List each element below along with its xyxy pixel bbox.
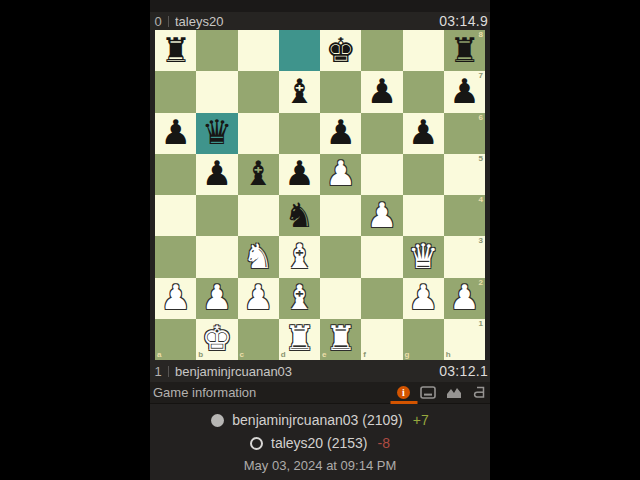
square-e2[interactable]: [320, 278, 361, 319]
square-e8[interactable]: ♚: [320, 30, 361, 71]
bottom-player-clock: 03:12.1: [439, 363, 488, 379]
top-cropped-strip: [150, 0, 490, 12]
black-pawn: ♟: [325, 115, 355, 149]
white-player-rating: benjaminjrcuanan03 (2109): [232, 412, 402, 428]
square-b6[interactable]: ♛: [196, 113, 237, 154]
square-h8[interactable]: ♜8: [444, 30, 485, 71]
black-rating-change: -8: [378, 435, 390, 451]
rank-label-7: 7: [479, 72, 483, 80]
book-icon: [472, 386, 487, 399]
square-a7[interactable]: [155, 71, 196, 112]
tab-board-moves[interactable]: [420, 382, 436, 404]
square-f5[interactable]: [361, 154, 402, 195]
chess-board[interactable]: ♜♚♜8♝♟♟7♟♛♟♟6♟♝♟♟5♞♟4♞♝♛3♟♟♟♝♟♟2a♚bc♜d♜e…: [155, 30, 485, 360]
square-b2[interactable]: ♟: [196, 278, 237, 319]
square-a3[interactable]: [155, 236, 196, 277]
white-bishop: ♝: [284, 239, 314, 273]
white-pawn: ♟: [243, 280, 273, 314]
square-c6[interactable]: [238, 113, 279, 154]
white-bishop: ♝: [284, 280, 314, 314]
square-b1[interactable]: ♚b: [196, 319, 237, 360]
square-h6[interactable]: 6: [444, 113, 485, 154]
square-f2[interactable]: [361, 278, 402, 319]
square-f6[interactable]: [361, 113, 402, 154]
rank-label-1: 1: [479, 320, 483, 328]
black-pawn: ♟: [284, 156, 314, 190]
square-g5[interactable]: [403, 154, 444, 195]
square-a2[interactable]: ♟: [155, 278, 196, 319]
square-g8[interactable]: [403, 30, 444, 71]
top-player-score: 0: [153, 14, 163, 29]
white-rook: ♜: [325, 321, 355, 355]
square-c3[interactable]: ♞: [238, 236, 279, 277]
square-e1[interactable]: ♜e: [320, 319, 361, 360]
black-pawn: ♟: [449, 74, 479, 108]
white-pawn: ♟: [160, 280, 190, 314]
white-player-result-line: benjaminjrcuanan03 (2109) +7: [211, 412, 428, 428]
white-knight: ♞: [243, 239, 273, 273]
chart-icon: [446, 386, 462, 399]
black-king: ♚: [325, 33, 355, 67]
square-f8[interactable]: [361, 30, 402, 71]
black-player-result-line: taleys20 (2153) -8: [250, 435, 390, 451]
rank-label-3: 3: [479, 237, 483, 245]
white-pawn: ♟: [367, 198, 397, 232]
square-e5[interactable]: ♟: [320, 154, 361, 195]
game-information-panel: benjaminjrcuanan03 (2109) +7 taleys20 (2…: [150, 404, 490, 480]
black-piece-icon: [250, 437, 263, 450]
square-g2[interactable]: ♟: [403, 278, 444, 319]
info-icon: i: [397, 386, 410, 399]
screen: 0 taleys20 03:14.9 ♜♚♜8♝♟♟7♟♛♟♟6♟♝♟♟5♞♟4…: [0, 0, 640, 480]
rank-label-2: 2: [479, 279, 483, 287]
black-bishop: ♝: [243, 156, 273, 190]
file-label-f: f: [363, 351, 366, 359]
square-e3[interactable]: [320, 236, 361, 277]
square-h2[interactable]: ♟2: [444, 278, 485, 319]
square-d3[interactable]: ♝: [279, 236, 320, 277]
square-e6[interactable]: ♟: [320, 113, 361, 154]
file-label-h: h: [446, 351, 451, 359]
black-queen: ♛: [202, 115, 232, 149]
square-f3[interactable]: [361, 236, 402, 277]
square-d6[interactable]: [279, 113, 320, 154]
top-player-name: taleys20: [175, 14, 439, 29]
square-a6[interactable]: ♟: [155, 113, 196, 154]
square-c7[interactable]: [238, 71, 279, 112]
square-g3[interactable]: ♛: [403, 236, 444, 277]
bottom-player-name: benjaminjrcuanan03: [175, 364, 439, 379]
rank-label-6: 6: [479, 114, 483, 122]
black-rook: ♜: [160, 33, 190, 67]
square-c4[interactable]: [238, 195, 279, 236]
white-rating-change: +7: [413, 412, 429, 428]
square-d2[interactable]: ♝: [279, 278, 320, 319]
tab-opening-book[interactable]: [472, 382, 487, 404]
rank-label-8: 8: [479, 31, 483, 39]
top-player-bar: 0 taleys20 03:14.9: [150, 12, 490, 30]
white-piece-icon: [211, 414, 224, 427]
black-pawn: ♟: [408, 115, 438, 149]
file-label-b: b: [198, 351, 203, 359]
square-e4[interactable]: [320, 195, 361, 236]
tab-bar-title: Game information: [153, 385, 397, 400]
black-player-rating: taleys20 (2153): [271, 435, 368, 451]
tab-game-info[interactable]: i: [397, 382, 410, 404]
black-knight: ♞: [284, 198, 314, 232]
white-pawn: ♟: [449, 280, 479, 314]
file-label-d: d: [281, 351, 286, 359]
black-pawn: ♟: [367, 74, 397, 108]
tab-analysis-chart[interactable]: [446, 382, 462, 404]
square-d1[interactable]: ♜d: [279, 319, 320, 360]
square-c2[interactable]: ♟: [238, 278, 279, 319]
square-a8[interactable]: ♜: [155, 30, 196, 71]
square-d5[interactable]: ♟: [279, 154, 320, 195]
file-label-c: c: [240, 351, 244, 359]
black-bishop: ♝: [284, 74, 314, 108]
square-h4[interactable]: 4: [444, 195, 485, 236]
game-date: May 03, 2024 at 09:14 PM: [244, 458, 396, 473]
white-pawn: ♟: [408, 280, 438, 314]
square-a4[interactable]: [155, 195, 196, 236]
square-g1[interactable]: g: [403, 319, 444, 360]
top-player-clock: 03:14.9: [439, 13, 488, 29]
bottom-player-bar: 1 benjaminjrcuanan03 03:12.1: [150, 360, 490, 382]
square-f4[interactable]: ♟: [361, 195, 402, 236]
square-b4[interactable]: [196, 195, 237, 236]
file-label-e: e: [322, 351, 326, 359]
bottom-player-score: 1: [153, 364, 163, 379]
square-b3[interactable]: [196, 236, 237, 277]
square-c1[interactable]: c: [238, 319, 279, 360]
square-d7[interactable]: ♝: [279, 71, 320, 112]
score-divider: [168, 366, 169, 377]
square-b5[interactable]: ♟: [196, 154, 237, 195]
app-window: 0 taleys20 03:14.9 ♜♚♜8♝♟♟7♟♛♟♟6♟♝♟♟5♞♟4…: [150, 0, 490, 480]
white-queen: ♛: [408, 239, 438, 273]
rank-label-4: 4: [479, 196, 483, 204]
square-g4[interactable]: [403, 195, 444, 236]
white-pawn: ♟: [325, 156, 355, 190]
square-h1[interactable]: 1h: [444, 319, 485, 360]
file-label-a: a: [157, 351, 161, 359]
black-rook: ♜: [449, 33, 479, 67]
square-g6[interactable]: ♟: [403, 113, 444, 154]
square-h5[interactable]: 5: [444, 154, 485, 195]
board-icon: [420, 386, 436, 399]
square-c8[interactable]: [238, 30, 279, 71]
file-label-g: g: [405, 351, 410, 359]
square-c5[interactable]: ♝: [238, 154, 279, 195]
tab-icons: i: [397, 382, 487, 404]
rank-label-5: 5: [479, 155, 483, 163]
black-pawn: ♟: [202, 156, 232, 190]
square-a1[interactable]: a: [155, 319, 196, 360]
tab-bar: Game information i: [150, 382, 490, 404]
square-f7[interactable]: ♟: [361, 71, 402, 112]
black-pawn: ♟: [160, 115, 190, 149]
square-d4[interactable]: ♞: [279, 195, 320, 236]
score-divider: [168, 16, 169, 27]
square-b7[interactable]: [196, 71, 237, 112]
square-d8[interactable]: [279, 30, 320, 71]
square-g7[interactable]: [403, 71, 444, 112]
white-rook: ♜: [284, 321, 314, 355]
white-pawn: ♟: [202, 280, 232, 314]
square-b8[interactable]: [196, 30, 237, 71]
square-h7[interactable]: ♟7: [444, 71, 485, 112]
square-h3[interactable]: 3: [444, 236, 485, 277]
white-king: ♚: [202, 321, 232, 355]
square-e7[interactable]: [320, 71, 361, 112]
square-a5[interactable]: [155, 154, 196, 195]
square-f1[interactable]: f: [361, 319, 402, 360]
